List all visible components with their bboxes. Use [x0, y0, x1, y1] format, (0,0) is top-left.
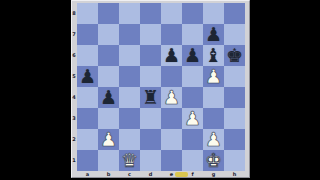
square-e6[interactable]: ♟ [161, 45, 182, 66]
square-b5[interactable] [98, 66, 119, 87]
square-c8[interactable] [119, 3, 140, 24]
square-c1[interactable]: ♛ [119, 150, 140, 171]
square-b8[interactable] [98, 3, 119, 24]
square-b2[interactable]: ♟ [98, 129, 119, 150]
black-bishop[interactable]: ♝ [203, 45, 224, 66]
square-h7[interactable] [224, 24, 245, 45]
square-d3[interactable] [140, 108, 161, 129]
square-f3[interactable]: ♟ [182, 108, 203, 129]
square-a7[interactable] [77, 24, 98, 45]
square-b1[interactable] [98, 150, 119, 171]
square-h2[interactable] [224, 129, 245, 150]
square-e3[interactable] [161, 108, 182, 129]
black-pawn[interactable]: ♟ [182, 45, 203, 66]
square-f6[interactable]: ♟ [182, 45, 203, 66]
square-h5[interactable] [224, 66, 245, 87]
file-label-b: b [98, 171, 119, 178]
square-f5[interactable] [182, 66, 203, 87]
square-a8[interactable] [77, 3, 98, 24]
white-pawn[interactable]: ♟ [203, 66, 224, 87]
chess-board: ♟♟♟♝♚♟♟♟♜♟♟♟♟♛♚ [77, 3, 245, 171]
square-g1[interactable]: ♚ [203, 150, 224, 171]
file-label-c: c [119, 171, 140, 178]
square-a1[interactable] [77, 150, 98, 171]
video-frame: 87654321 ♟♟♟♝♚♟♟♟♜♟♟♟♟♛♚ abcdefgh [0, 0, 320, 180]
file-label-f: f [182, 171, 203, 178]
square-a3[interactable] [77, 108, 98, 129]
square-g3[interactable] [203, 108, 224, 129]
square-e2[interactable] [161, 129, 182, 150]
square-g8[interactable] [203, 3, 224, 24]
white-pawn[interactable]: ♟ [182, 108, 203, 129]
square-h1[interactable] [224, 150, 245, 171]
file-label-d: d [140, 171, 161, 178]
file-labels: abcdefgh [77, 171, 245, 178]
white-king[interactable]: ♚ [203, 150, 224, 171]
square-a4[interactable] [77, 87, 98, 108]
square-g6[interactable]: ♝ [203, 45, 224, 66]
square-b7[interactable] [98, 24, 119, 45]
black-rook[interactable]: ♜ [140, 87, 161, 108]
square-h8[interactable] [224, 3, 245, 24]
square-e8[interactable] [161, 3, 182, 24]
square-c7[interactable] [119, 24, 140, 45]
black-king[interactable]: ♚ [224, 45, 245, 66]
square-d5[interactable] [140, 66, 161, 87]
file-label-h: h [224, 171, 245, 178]
square-c2[interactable] [119, 129, 140, 150]
square-g5[interactable]: ♟ [203, 66, 224, 87]
white-pawn[interactable]: ♟ [98, 129, 119, 150]
square-f1[interactable] [182, 150, 203, 171]
square-h3[interactable] [224, 108, 245, 129]
white-pawn[interactable]: ♟ [161, 87, 182, 108]
square-b4[interactable]: ♟ [98, 87, 119, 108]
black-pawn[interactable]: ♟ [161, 45, 182, 66]
file-label-e: e [161, 171, 182, 178]
square-e5[interactable] [161, 66, 182, 87]
square-d6[interactable] [140, 45, 161, 66]
square-g2[interactable]: ♟ [203, 129, 224, 150]
square-a5[interactable]: ♟ [77, 66, 98, 87]
square-c6[interactable] [119, 45, 140, 66]
square-d2[interactable] [140, 129, 161, 150]
square-g7[interactable]: ♟ [203, 24, 224, 45]
square-d8[interactable] [140, 3, 161, 24]
square-e4[interactable]: ♟ [161, 87, 182, 108]
square-a2[interactable] [77, 129, 98, 150]
square-f8[interactable] [182, 3, 203, 24]
white-queen[interactable]: ♛ [119, 150, 140, 171]
square-e7[interactable] [161, 24, 182, 45]
square-c4[interactable] [119, 87, 140, 108]
square-h4[interactable] [224, 87, 245, 108]
square-b3[interactable] [98, 108, 119, 129]
square-b6[interactable] [98, 45, 119, 66]
square-c3[interactable] [119, 108, 140, 129]
square-e1[interactable] [161, 150, 182, 171]
file-label-a: a [77, 171, 98, 178]
file-label-g: g [203, 171, 224, 178]
square-f7[interactable] [182, 24, 203, 45]
square-g4[interactable] [203, 87, 224, 108]
square-d7[interactable] [140, 24, 161, 45]
square-a6[interactable] [77, 45, 98, 66]
square-d4[interactable]: ♜ [140, 87, 161, 108]
square-f4[interactable] [182, 87, 203, 108]
square-h6[interactable]: ♚ [224, 45, 245, 66]
square-f2[interactable] [182, 129, 203, 150]
square-c5[interactable] [119, 66, 140, 87]
square-d1[interactable] [140, 150, 161, 171]
white-pawn[interactable]: ♟ [203, 129, 224, 150]
black-pawn[interactable]: ♟ [98, 87, 119, 108]
black-pawn[interactable]: ♟ [77, 66, 98, 87]
black-pawn[interactable]: ♟ [203, 24, 224, 45]
